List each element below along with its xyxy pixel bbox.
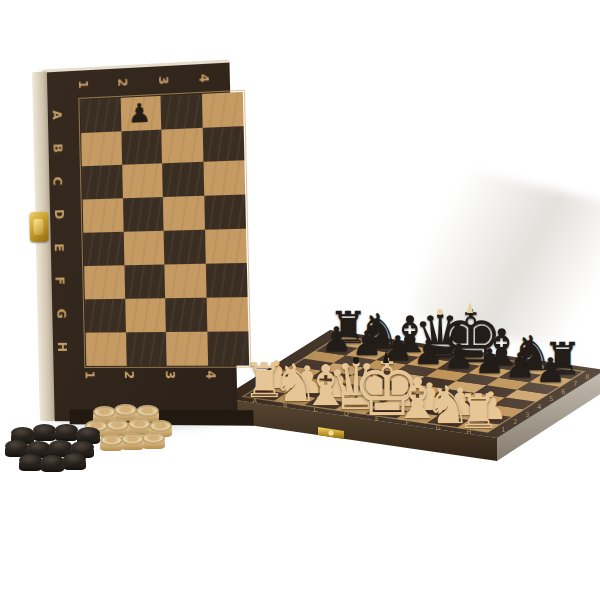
folded-board-square-H4: [207, 331, 249, 365]
folded-board-grid: ♟: [80, 92, 249, 366]
folded-col-label-top-1: 1: [77, 80, 89, 89]
checker-top: [142, 432, 165, 444]
folded-row-label-D: D: [53, 209, 65, 219]
folded-board-square-C4: [203, 160, 245, 195]
folded-board-face: ♟ 11223344ABCDEFGH: [47, 63, 238, 423]
folded-board-square-D1: [83, 198, 124, 233]
folded-row-label-H: H: [56, 341, 68, 351]
folded-board-square-D2: [122, 197, 163, 232]
checker-top: [49, 440, 72, 452]
product-photo-scene: A1B2C3D4E5F6G7H8 ♜♞♝♛♚♝♞♜♟♟♟♟♟♟♟♟♟♟♟♟♟♟♟…: [0, 0, 600, 600]
latch-knob: [328, 430, 333, 435]
checker-top: [63, 453, 86, 465]
folded-board-square-F3: [164, 264, 206, 299]
folded-board-square-A3: [160, 94, 202, 130]
folded-board-square-G4: [206, 297, 248, 332]
folded-board-square-C1: [82, 165, 123, 200]
checker-light-8[interactable]: [100, 434, 123, 451]
folded-board-square-C2: [122, 163, 163, 198]
checker-top: [93, 406, 116, 418]
folded-col-label-top-3: 3: [157, 76, 170, 85]
folded-board-square-D3: [163, 196, 205, 231]
folded-row-label-E: E: [53, 243, 65, 252]
folded-row-label-C: C: [52, 176, 64, 185]
folded-board-square-H1: [86, 332, 127, 366]
checker-black-10[interactable]: [41, 455, 64, 472]
checker-top: [100, 434, 123, 446]
folded-board-square-D4: [204, 194, 246, 229]
folded-board-square-B4: [202, 126, 244, 162]
piece-white-rook-h1[interactable]: ♜: [455, 387, 503, 435]
king-finial-icon: [467, 301, 473, 313]
board-rank-label-4: 4: [537, 403, 541, 411]
brass-clasp-icon: [29, 212, 48, 243]
folded-col-label-top-4: 4: [198, 74, 211, 83]
piece-black-pawn-e7[interactable]: ♟: [442, 339, 476, 373]
folded-board-square-E4: [204, 229, 246, 264]
checker-top: [5, 440, 28, 452]
folded-board-square-G1: [85, 299, 126, 333]
checker-top: [55, 424, 78, 436]
board-rank-label-2: 2: [513, 418, 517, 426]
checker-top: [114, 404, 137, 416]
folded-col-label-bottom-3: 3: [164, 371, 177, 380]
folded-board-square-H2: [125, 332, 166, 366]
folded-row-label-B: B: [51, 143, 63, 153]
folded-board-square-C3: [162, 162, 204, 197]
checker-light-10[interactable]: [142, 432, 165, 449]
checker-top: [27, 441, 50, 453]
folded-row-label-F: F: [54, 276, 66, 284]
folded-board-square-B2: [121, 130, 162, 165]
piece-black-pawn-g7[interactable]: ♟: [503, 348, 537, 382]
folded-board-square-H3: [166, 332, 208, 366]
folded-col-label-bottom-4: 4: [205, 371, 218, 380]
folded-row-label-G: G: [55, 308, 67, 318]
folded-board-square-A1: [80, 98, 121, 133]
folded-board-square-F4: [205, 263, 247, 298]
board-rank-label-8: 8: [585, 373, 589, 381]
pawn-logo-icon: ♟: [127, 99, 151, 127]
piece-black-pawn-h7[interactable]: ♟: [534, 353, 568, 387]
folded-board-square-A4: [201, 92, 243, 128]
folded-board-square-F2: [124, 265, 165, 299]
checker-light-9[interactable]: [121, 433, 144, 450]
checker-top: [41, 455, 64, 467]
folded-col-label-bottom-1: 1: [83, 371, 95, 379]
checker-black-2[interactable]: [33, 424, 56, 441]
piece-black-pawn-f7[interactable]: ♟: [472, 344, 506, 378]
checker-black-9[interactable]: [19, 454, 42, 471]
folded-col-label-bottom-2: 2: [123, 371, 135, 380]
folded-row-label-A: A: [50, 110, 62, 120]
checker-top: [106, 419, 129, 431]
folded-board-square-G2: [125, 298, 166, 332]
folded-board-square-F1: [84, 265, 125, 299]
board-rank-label-3: 3: [525, 411, 529, 419]
checker-top: [11, 427, 34, 439]
folded-chess-board: ♟ 11223344ABCDEFGH: [32, 59, 238, 425]
folded-board-square-A2: ♟: [120, 96, 161, 131]
checker-top: [136, 405, 159, 417]
checker-top: [19, 454, 42, 466]
folded-board-square-E1: [83, 232, 124, 266]
checker-top: [71, 441, 94, 453]
checker-top: [33, 424, 56, 436]
folded-board-square-E3: [164, 230, 206, 265]
checker-top: [149, 420, 172, 432]
checker-top: [77, 427, 100, 439]
king-finial-icon: [383, 350, 389, 363]
folded-board-square-B3: [161, 128, 203, 163]
folded-board-square-B1: [81, 131, 122, 166]
board-rank-label-5: 5: [549, 395, 553, 403]
folded-board-square-E2: [123, 231, 164, 266]
checker-top: [128, 418, 151, 430]
folded-col-label-top-2: 2: [117, 78, 129, 87]
checker-top: [121, 433, 144, 445]
folded-board-square-G3: [165, 298, 207, 332]
checker-black-11[interactable]: [63, 453, 86, 470]
checker-black-3[interactable]: [55, 424, 78, 441]
